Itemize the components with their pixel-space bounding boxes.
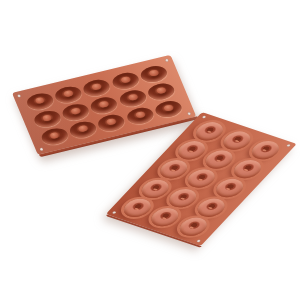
donut-cavity: [53, 84, 84, 105]
donut-bump: [173, 138, 211, 162]
donut-bump: [192, 196, 230, 220]
donut-bump: [247, 138, 285, 162]
donut-cavity: [146, 81, 177, 102]
corner-hole: [202, 115, 207, 118]
donut-cavity: [138, 63, 169, 84]
donut-cavity: [124, 105, 155, 126]
donut-bump: [146, 205, 184, 229]
upright-mold: [106, 112, 297, 246]
corner-hole: [17, 94, 21, 97]
donut-bump: [119, 196, 157, 220]
donut-bump: [191, 119, 229, 143]
product-photo: [0, 0, 300, 300]
donut-cavity: [81, 77, 112, 98]
corner-hole: [39, 148, 43, 151]
cavity-grid: [12, 55, 196, 155]
donut-cavity: [110, 70, 141, 91]
donut-cavity: [153, 98, 184, 119]
donut-cavity: [88, 94, 119, 115]
corner-hole: [165, 59, 169, 62]
corner-hole: [196, 239, 201, 242]
donut-cavity: [117, 87, 148, 108]
donut-cavity: [39, 126, 70, 147]
donut-cavity: [67, 119, 98, 140]
bump-grid: [106, 112, 297, 246]
upright-mold-shadow: [0, 0, 300, 300]
donut-cavity: [60, 101, 91, 122]
flat-mold: [12, 55, 196, 155]
corner-hole: [286, 144, 291, 147]
donut-cavity: [24, 91, 55, 112]
donut-bump: [137, 177, 175, 201]
donut-cavity: [31, 108, 62, 129]
corner-hole: [187, 112, 191, 115]
flat-mold-shadow: [0, 0, 300, 300]
donut-bump: [174, 215, 212, 239]
donut-bump: [183, 167, 221, 191]
donut-bump: [155, 158, 193, 182]
donut-bump: [164, 186, 202, 210]
donut-bump: [219, 128, 257, 152]
donut-bump: [229, 157, 267, 181]
corner-hole: [112, 211, 117, 214]
donut-bump: [201, 148, 239, 172]
donut-cavity: [96, 112, 127, 133]
donut-bump: [210, 176, 248, 200]
